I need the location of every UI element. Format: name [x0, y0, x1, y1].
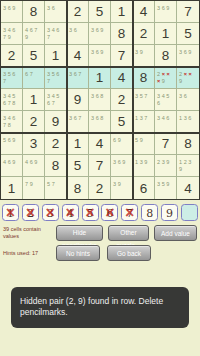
cell-value: 1	[111, 1, 132, 22]
pencilmark: 7	[78, 71, 81, 77]
pencilmark: 9	[12, 5, 15, 11]
cell-r4c2[interactable]: 67	[23, 67, 45, 89]
pencilmark: 2	[184, 159, 187, 165]
pencilmark: 6	[8, 5, 11, 11]
cell-r8c9[interactable]: 1239	[177, 155, 199, 177]
toolbar-row-1: 39 cells contain values Hide pencilmarks…	[3, 225, 197, 241]
cell-r9c1[interactable]: 1	[1, 177, 23, 199]
digit-crossed-icon: ×	[102, 205, 117, 220]
digit-button-8[interactable]: 8	[141, 204, 158, 221]
cell-r3c3[interactable]: 1	[45, 45, 67, 67]
pencilmark: 9	[166, 5, 169, 11]
pencilmark-line: 356	[45, 68, 66, 74]
cell-r7c7[interactable]: 59	[133, 133, 155, 155]
digit-label: 8	[146, 207, 153, 220]
cell-r6c3[interactable]: 9	[45, 111, 67, 133]
pencilmark: 6	[157, 100, 160, 106]
pencilmark: 4	[162, 115, 165, 121]
pencilmark: 6	[12, 115, 15, 121]
pencilmark-line: 345	[1, 90, 22, 96]
cell-value: 8	[23, 1, 44, 22]
pencilmark: 5	[162, 181, 165, 187]
cell-r2c3[interactable]: 3467	[45, 23, 67, 45]
pencilmark: 7	[144, 93, 147, 99]
pencilmark-line: 2××	[177, 68, 199, 74]
cell-value: 3	[23, 133, 44, 154]
pencilmark: 9	[12, 159, 15, 165]
pencilmark: 5	[166, 93, 169, 99]
cell-r5c1[interactable]: 345678	[1, 89, 23, 111]
pencilmark: 3	[91, 49, 94, 55]
cell-r3c1[interactable]: 2	[1, 45, 23, 67]
pencilmark: 9	[118, 181, 121, 187]
pencilmark: 3	[113, 159, 116, 165]
other-puzzle-button[interactable]: Other puzzle...	[108, 225, 149, 241]
pencilmark: 3	[47, 5, 50, 11]
pencilmark: 6	[12, 27, 15, 33]
pencilmark: 4	[52, 27, 55, 33]
cell-r2c5[interactable]: 369	[89, 23, 111, 45]
pencilmark: 9	[166, 181, 169, 187]
pencilmark: 3	[179, 93, 182, 99]
pencilmark: 7	[3, 34, 6, 40]
pencilmark: 6	[30, 159, 33, 165]
pencilmark: 9	[140, 137, 143, 143]
cell-r5c6[interactable]: 2	[111, 89, 133, 111]
pencilmark-line: 467	[23, 24, 44, 30]
digit-crossed-icon: ×	[23, 205, 38, 220]
pencilmark: 5	[56, 93, 59, 99]
pencilmark: 6	[8, 159, 11, 165]
pencilmark: 6	[12, 71, 15, 77]
pencilmark: 8	[8, 122, 11, 128]
pencilmark: 9	[179, 166, 182, 172]
pencilmark-line: 69	[111, 134, 132, 140]
pencilmark: 6	[47, 100, 50, 106]
cell-value: 2	[111, 89, 132, 110]
number-keypad: 1×2×3×4×5×6×7×89	[2, 204, 198, 221]
cell-r8c7[interactable]: 139	[133, 155, 155, 177]
cell-r5c4[interactable]: 9	[67, 89, 89, 111]
pencilmark-line: 368	[89, 112, 110, 118]
pencilmark-line: 357	[133, 90, 154, 96]
cell-r1c7[interactable]: 4	[133, 1, 155, 23]
cell-r2c2[interactable]: 4679	[23, 23, 45, 45]
pencilmark: 6	[118, 159, 121, 165]
pencilmark-line: 36	[67, 24, 88, 30]
cell-value: 2	[45, 133, 66, 154]
pencilmark-line: 57	[45, 178, 66, 184]
cell-value: 7	[177, 1, 199, 22]
cell-r9c6[interactable]: 39	[111, 177, 133, 199]
cell-r8c5[interactable]: 7	[89, 155, 111, 177]
digit-button-5[interactable]: 5×	[82, 204, 99, 221]
pencilmark: 5	[52, 71, 55, 77]
cell-r9c9[interactable]: 4	[177, 177, 199, 199]
cell-r6c2[interactable]: 2	[23, 111, 45, 133]
toolbar-row-2: Hints used: 17 No hints Go back	[3, 245, 197, 261]
cell-r7c6[interactable]: 69	[111, 133, 133, 155]
pencilmark: 6	[25, 71, 28, 77]
pencilmark-line: 39	[111, 178, 132, 184]
pencilmark: 9	[12, 137, 15, 143]
pencilmark: 5	[3, 137, 6, 143]
pencilmark-crossed: ×	[184, 71, 187, 77]
cell-value: 8	[111, 23, 132, 44]
cell-r9c3[interactable]: 57	[45, 177, 67, 199]
pencilmark-line: 369	[177, 46, 199, 52]
cell-r5c8[interactable]: 3456	[155, 89, 177, 111]
pencilmark-line: 369	[1, 2, 22, 8]
pencilmark-line: 78	[1, 119, 22, 125]
cell-value: 5	[177, 23, 199, 44]
pencilmark: 3	[157, 115, 160, 121]
cell-r9c4[interactable]: 8	[67, 177, 89, 199]
cell-value: 2	[89, 177, 110, 199]
cell-r3c9[interactable]: 369	[177, 45, 199, 67]
pencilmark-line: 367	[67, 68, 88, 74]
cell-value: 9	[45, 111, 66, 132]
pencilmark: 4	[25, 159, 28, 165]
cell-r8c2[interactable]: 469	[23, 155, 45, 177]
pencilmark: 1	[179, 115, 182, 121]
cell-value: 4	[177, 177, 199, 199]
pencilmark: 9	[162, 78, 165, 84]
cell-r7c8[interactable]: 7	[155, 133, 177, 155]
cell-value: 1	[1, 177, 22, 199]
pencilmark-line: 36	[177, 90, 199, 96]
pencilmark: 3	[157, 5, 160, 11]
pencilmark: 7	[144, 115, 147, 121]
cell-r7c1[interactable]: 569	[1, 133, 23, 155]
pencilmark: 7	[8, 100, 11, 106]
pencilmark: 3	[91, 93, 94, 99]
cell-r1c1[interactable]: 369	[1, 1, 23, 23]
cell-r3c5[interactable]: 369	[89, 45, 111, 67]
cell-r6c6[interactable]: 5	[111, 111, 133, 133]
cell-r9c5[interactable]: 2	[89, 177, 111, 199]
pencilmark: 9	[30, 181, 33, 187]
cell-value: 8	[155, 45, 176, 66]
cell-r2c9[interactable]: 5	[177, 23, 199, 45]
pencilmark-line: 79	[1, 31, 22, 37]
pencilmark-line: 369	[89, 46, 110, 52]
pencilmark-line: 367	[67, 112, 88, 118]
pencilmark: 3	[135, 49, 138, 55]
pencilmark-line: 67	[23, 68, 44, 74]
pencilmark: 7	[3, 122, 6, 128]
cell-r8c4[interactable]: 5	[67, 155, 89, 177]
cell-r7c2[interactable]: 3	[23, 133, 45, 155]
pencilmark: 6	[188, 115, 191, 121]
cell-value: 7	[89, 155, 110, 176]
cell-r7c5[interactable]: 4	[89, 133, 111, 155]
cells-status-text: 39 cells contain values	[3, 226, 53, 240]
pencilmark: 9	[8, 34, 11, 40]
pencilmark: 3	[135, 93, 138, 99]
pencilmark: 7	[47, 78, 50, 84]
pencilmark-line: 59	[133, 134, 154, 140]
clear-value-button[interactable]	[181, 204, 198, 221]
cell-r1c3[interactable]: 36	[45, 1, 67, 23]
cell-r9c2[interactable]: 79	[23, 177, 45, 199]
add-value-button[interactable]: Add value	[154, 225, 197, 241]
pencilmark: 3	[113, 181, 116, 187]
pencilmark-line: 67	[45, 97, 66, 103]
pencilmark: 6	[96, 115, 99, 121]
pencilmark: 9	[25, 34, 28, 40]
cell-r1c4[interactable]: 2	[67, 1, 89, 23]
go-back-button[interactable]: Go back	[107, 245, 151, 261]
pencilmark: 6	[184, 49, 187, 55]
digit-crossed-icon: ×	[122, 205, 137, 220]
pencilmark-line: 2××	[155, 68, 176, 74]
pencilmark: 7	[52, 181, 55, 187]
cell-r2c4[interactable]: 36	[67, 23, 89, 45]
cell-r4c6[interactable]: 4	[111, 67, 133, 89]
pencilmark-line: 346	[45, 24, 66, 30]
pencilmark: 6	[56, 71, 59, 77]
cell-r6c1[interactable]: 34678	[1, 111, 23, 133]
pencilmark: 8	[100, 115, 103, 121]
digit-button-1[interactable]: 1×	[2, 204, 19, 221]
pencilmark: 5	[140, 93, 143, 99]
digit-button-2[interactable]: 2×	[22, 204, 39, 221]
pencilmark-line: 239	[155, 156, 176, 162]
pencilmark: 3	[184, 115, 187, 121]
cell-value: 7	[155, 133, 176, 154]
cell-value: 1	[155, 23, 176, 44]
pencilmark-line: 39	[133, 46, 154, 52]
pencilmark: 8	[12, 100, 15, 106]
cell-r6c9[interactable]: 136	[177, 111, 199, 133]
cell-r8c3[interactable]: 8	[45, 155, 67, 177]
cell-value: 1	[89, 67, 110, 88]
cell-value: 2	[133, 23, 154, 44]
pencilmark: 3	[91, 27, 94, 33]
cell-r1c5[interactable]: 5	[89, 1, 111, 23]
hide-pencilmarks-button[interactable]: Hide pencilmarks	[56, 225, 103, 241]
pencilmark: 6	[74, 27, 77, 33]
cell-r3c8[interactable]: 8	[155, 45, 177, 67]
cell-value: 4	[111, 67, 132, 88]
pencilmark-line: 678	[1, 97, 22, 103]
cell-value: 5	[89, 1, 110, 22]
cell-r7c3[interactable]: 2	[45, 133, 67, 155]
cell-value: 1	[67, 133, 88, 154]
pencilmark: 9	[144, 159, 147, 165]
pencilmark: 3	[69, 115, 72, 121]
pencilmark: 3	[162, 159, 165, 165]
cell-r5c7[interactable]: 357	[133, 89, 155, 111]
cell-r8c8[interactable]: 239	[155, 155, 177, 177]
pencilmark-line: 369	[155, 2, 176, 8]
cell-r4c8[interactable]: 2×××9	[155, 67, 177, 89]
pencilmark: 6	[113, 137, 116, 143]
pencilmark-crossed: ×	[188, 71, 191, 77]
pencilmark: 7	[52, 100, 55, 106]
cell-value: 8	[177, 133, 199, 154]
digit-crossed-icon: ×	[83, 205, 98, 220]
pencilmark-line: 369	[111, 156, 132, 162]
box-divider-horizontal	[1, 66, 199, 68]
pencilmark: 3	[91, 115, 94, 121]
cell-r3c4[interactable]: 4	[67, 45, 89, 67]
pencilmark: 7	[3, 78, 6, 84]
pencilmark: 2	[157, 159, 160, 165]
pencilmark: 9	[100, 49, 103, 55]
cell-r2c7[interactable]: 2	[133, 23, 155, 45]
cell-r7c4[interactable]: 1	[67, 133, 89, 155]
cell-r1c9[interactable]: 7	[177, 1, 199, 23]
pencilmark: 7	[30, 71, 33, 77]
cell-r3c2[interactable]: 5	[23, 45, 45, 67]
pencilmark-line: 36	[45, 2, 66, 8]
pencilmark-line: ×9	[155, 75, 176, 81]
cell-value: 5	[67, 155, 88, 176]
cell-r8c1[interactable]: 469	[1, 155, 23, 177]
pencilmark: 6	[74, 115, 77, 121]
hints-status-text: Hints used: 17	[3, 250, 53, 257]
pencilmark: 3	[179, 49, 182, 55]
pencilmark: 9	[166, 159, 169, 165]
cell-r6c4[interactable]: 367	[67, 111, 89, 133]
pencilmark-line: 123	[177, 156, 199, 162]
pencilmark-line: 569	[1, 134, 22, 140]
cell-r4c7[interactable]: 8	[133, 67, 155, 89]
pencilmark: 6	[52, 5, 55, 11]
pencilmark: 3	[3, 5, 6, 11]
pencilmark-line: 368	[89, 90, 110, 96]
cell-r2c8[interactable]: 1	[155, 23, 177, 45]
pencilmark-line: 469	[23, 156, 44, 162]
pencilmark: 6	[166, 115, 169, 121]
pencilmark: 9	[100, 27, 103, 33]
cell-r7c9[interactable]: 8	[177, 133, 199, 155]
pencilmark: 6	[96, 93, 99, 99]
digit-crossed-icon: ×	[3, 205, 18, 220]
pencilmark: 7	[47, 34, 50, 40]
cell-value: 2	[67, 1, 88, 22]
pencilmark-line: 137	[133, 112, 154, 118]
cell-value: 4	[67, 45, 88, 66]
box-divider-vertical	[132, 1, 134, 199]
cell-r4c5[interactable]: 1	[89, 67, 111, 89]
box-divider-horizontal	[1, 132, 199, 134]
pencilmark: 6	[184, 93, 187, 99]
cell-r6c7[interactable]: 137	[133, 111, 155, 133]
pencilmark: 4	[162, 93, 165, 99]
digit-button-4[interactable]: 4×	[62, 204, 79, 221]
digit-button-3[interactable]: 3×	[42, 204, 59, 221]
cell-r5c5[interactable]: 368	[89, 89, 111, 111]
pencilmark: 3	[140, 115, 143, 121]
digit-button-9[interactable]: 9	[161, 204, 178, 221]
cell-value: 8	[45, 155, 66, 176]
cell-value: 4	[133, 1, 154, 22]
cell-r5c2[interactable]: 1	[23, 89, 45, 111]
pencilmark: 6	[8, 137, 11, 143]
pencilmark: 6	[56, 27, 59, 33]
pencilmark-line: 79	[23, 178, 44, 184]
pencilmark: 6	[96, 27, 99, 33]
pencilmark: 7	[34, 27, 37, 33]
pencilmark-line: 356	[1, 68, 22, 74]
pencilmark-line: 346	[1, 24, 22, 30]
cell-r1c6[interactable]: 1	[111, 1, 133, 23]
pencilmark: 5	[47, 181, 50, 187]
pencilmark-line: 139	[133, 156, 154, 162]
cell-r2c1[interactable]: 34679	[1, 23, 23, 45]
cell-value: 1	[45, 45, 66, 66]
pencilmark: 3	[140, 159, 143, 165]
pencilmark: 4	[3, 159, 6, 165]
pencilmark: 6	[3, 100, 6, 106]
cell-value: 8	[67, 177, 88, 199]
digit-crossed-icon: ×	[43, 205, 58, 220]
cell-value: 7	[111, 45, 132, 66]
pencilmark: 7	[25, 181, 28, 187]
pencilmark-line: 345	[45, 90, 66, 96]
cell-r5c9[interactable]: 36	[177, 89, 199, 111]
pencilmark: 9	[179, 78, 182, 84]
cell-value: 2	[23, 111, 44, 132]
no-hints-button[interactable]: No hints	[56, 245, 100, 261]
pencilmark: 9	[188, 49, 191, 55]
cell-r4c3[interactable]: 3567	[45, 67, 67, 89]
toast-message: Hidden pair (2, 9) found in row. Delete …	[11, 287, 189, 328]
cell-r6c5[interactable]: 368	[89, 111, 111, 133]
digit-button-7[interactable]: 7×	[121, 204, 138, 221]
cell-value: 4	[89, 133, 110, 154]
pencilmark: 8	[100, 93, 103, 99]
cell-r2c6[interactable]: 8	[111, 23, 133, 45]
cell-r9c8[interactable]: 359	[155, 177, 177, 199]
pencilmark: 6	[96, 49, 99, 55]
pencilmark: 1	[135, 115, 138, 121]
cell-r1c2[interactable]: 8	[23, 1, 45, 23]
pencilmark-line: 346	[155, 112, 176, 118]
pencilmark: 9	[122, 159, 125, 165]
pencilmark: 9	[140, 49, 143, 55]
pencilmark: 1	[135, 159, 138, 165]
digit-button-6[interactable]: 6×	[101, 204, 118, 221]
cell-r4c4[interactable]: 367	[67, 67, 89, 89]
cell-r5c3[interactable]: 34567	[45, 89, 67, 111]
cell-r4c9[interactable]: 2××9	[177, 67, 199, 89]
pencilmark-line: 136	[177, 112, 199, 118]
pencilmark-crossed: ×	[157, 78, 160, 84]
cell-r8c6[interactable]: 369	[111, 155, 133, 177]
cell-value: 6	[133, 177, 154, 199]
cell-r3c7[interactable]: 39	[133, 45, 155, 67]
pencilmark: 3	[157, 181, 160, 187]
cell-r4c1[interactable]: 3567	[1, 67, 23, 89]
cell-r6c8[interactable]: 346	[155, 111, 177, 133]
pencilmark: 7	[78, 115, 81, 121]
cell-r9c7[interactable]: 6	[133, 177, 155, 199]
pencilmark: 9	[118, 137, 121, 143]
cell-value: 1	[23, 89, 44, 110]
cell-value: 5	[23, 45, 44, 66]
pencilmark: 5	[135, 137, 138, 143]
cell-r1c8[interactable]: 369	[155, 1, 177, 23]
cell-r3c6[interactable]: 7	[111, 45, 133, 67]
cell-value: 2	[1, 45, 22, 66]
pencilmark-line: 359	[155, 178, 176, 184]
cell-value: 9	[67, 89, 88, 110]
pencilmark-line: 469	[1, 156, 22, 162]
